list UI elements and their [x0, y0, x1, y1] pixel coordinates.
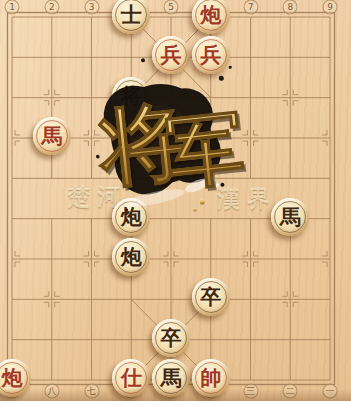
piece-glyph: 卒	[192, 278, 230, 316]
piece-red-soldier[interactable]: 兵	[192, 36, 230, 74]
piece-glyph: 兵	[152, 36, 190, 74]
xiangqi-board[interactable]: 楚河 漢界 123456789 九八七六五四三二一 士炮兵兵将馬炮馬炮卒卒炮仕馬…	[0, 0, 351, 401]
piece-red-soldier[interactable]: 兵	[152, 36, 190, 74]
piece-black-soldier[interactable]: 卒	[152, 319, 190, 357]
piece-red-cannon[interactable]: 炮	[192, 0, 230, 34]
piece-red-horse[interactable]: 馬	[33, 117, 71, 155]
piece-glyph: 馬	[33, 117, 71, 155]
piece-black-advisor[interactable]: 士	[112, 0, 150, 34]
piece-black-horse[interactable]: 馬	[271, 198, 309, 236]
river-label-right: 漢界	[217, 184, 277, 215]
piece-glyph: 兵	[192, 36, 230, 74]
piece-glyph: 炮	[112, 238, 150, 276]
piece-glyph: 将	[112, 77, 150, 115]
piece-glyph: 馬	[271, 198, 309, 236]
piece-glyph: 卒	[152, 319, 190, 357]
piece-black-soldier[interactable]: 卒	[192, 278, 230, 316]
piece-black-cannon[interactable]: 炮	[112, 238, 150, 276]
piece-glyph: 炮	[112, 198, 150, 236]
piece-black-cannon[interactable]: 炮	[112, 198, 150, 236]
piece-black-general[interactable]: 将	[112, 77, 150, 115]
bottom-shadow	[0, 389, 351, 401]
piece-glyph: 炮	[192, 0, 230, 34]
piece-glyph: 士	[112, 0, 150, 34]
